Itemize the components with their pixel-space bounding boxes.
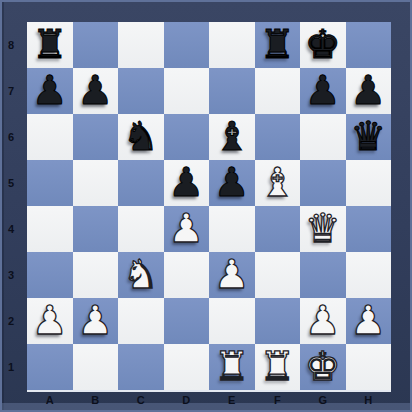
square-b2[interactable]: ♟ bbox=[73, 298, 119, 344]
piece-white-pawn[interactable]: ♟ bbox=[168, 208, 204, 248]
square-d5[interactable]: ♟ bbox=[164, 160, 210, 206]
piece-black-bishop[interactable]: ♝ bbox=[214, 116, 250, 156]
square-g5[interactable] bbox=[300, 160, 346, 206]
piece-black-pawn[interactable]: ♟ bbox=[32, 70, 68, 110]
square-c5[interactable] bbox=[118, 160, 164, 206]
square-g8[interactable]: ♚ bbox=[300, 22, 346, 68]
square-d2[interactable] bbox=[164, 298, 210, 344]
square-d8[interactable] bbox=[164, 22, 210, 68]
file-label-f: F bbox=[255, 392, 301, 408]
piece-white-bishop[interactable]: ♝ bbox=[259, 162, 295, 202]
piece-white-rook[interactable]: ♜ bbox=[259, 346, 295, 386]
square-f4[interactable] bbox=[255, 206, 301, 252]
square-h4[interactable] bbox=[346, 206, 392, 252]
file-label-e: E bbox=[209, 392, 255, 408]
chess-board: ♜♜♚♟♟♟♟♞♝♛♟♟♝♟♛♞♟♟♟♟♟♜♜♚ bbox=[27, 22, 391, 392]
piece-white-pawn[interactable]: ♟ bbox=[350, 300, 386, 340]
piece-white-pawn[interactable]: ♟ bbox=[77, 300, 113, 340]
square-e5[interactable]: ♟ bbox=[209, 160, 255, 206]
square-e7[interactable] bbox=[209, 68, 255, 114]
piece-black-pawn[interactable]: ♟ bbox=[305, 70, 341, 110]
file-label-h: H bbox=[346, 392, 392, 408]
square-a5[interactable] bbox=[27, 160, 73, 206]
square-e4[interactable] bbox=[209, 206, 255, 252]
square-f2[interactable] bbox=[255, 298, 301, 344]
square-f6[interactable] bbox=[255, 114, 301, 160]
piece-white-pawn[interactable]: ♟ bbox=[305, 300, 341, 340]
square-g6[interactable] bbox=[300, 114, 346, 160]
square-c1[interactable] bbox=[118, 344, 164, 390]
square-b4[interactable] bbox=[73, 206, 119, 252]
square-b6[interactable] bbox=[73, 114, 119, 160]
square-a1[interactable] bbox=[27, 344, 73, 390]
square-c2[interactable] bbox=[118, 298, 164, 344]
square-g2[interactable]: ♟ bbox=[300, 298, 346, 344]
square-d7[interactable] bbox=[164, 68, 210, 114]
rank-label-6: 6 bbox=[0, 114, 27, 160]
square-b8[interactable] bbox=[73, 22, 119, 68]
rank-label-3: 3 bbox=[0, 252, 27, 298]
square-e6[interactable]: ♝ bbox=[209, 114, 255, 160]
square-f3[interactable] bbox=[255, 252, 301, 298]
square-d1[interactable] bbox=[164, 344, 210, 390]
square-d3[interactable] bbox=[164, 252, 210, 298]
square-h8[interactable] bbox=[346, 22, 392, 68]
square-f1[interactable]: ♜ bbox=[255, 344, 301, 390]
square-a8[interactable]: ♜ bbox=[27, 22, 73, 68]
square-g4[interactable]: ♛ bbox=[300, 206, 346, 252]
square-a6[interactable] bbox=[27, 114, 73, 160]
square-h5[interactable] bbox=[346, 160, 392, 206]
file-label-a: A bbox=[27, 392, 73, 408]
rank-label-5: 5 bbox=[0, 160, 27, 206]
square-e3[interactable]: ♟ bbox=[209, 252, 255, 298]
piece-white-queen[interactable]: ♛ bbox=[305, 208, 341, 248]
square-h7[interactable]: ♟ bbox=[346, 68, 392, 114]
rank-labels: 87654321 bbox=[0, 22, 27, 390]
square-g1[interactable]: ♚ bbox=[300, 344, 346, 390]
square-h6[interactable]: ♛ bbox=[346, 114, 392, 160]
square-a3[interactable] bbox=[27, 252, 73, 298]
piece-black-queen[interactable]: ♛ bbox=[350, 116, 386, 156]
square-e2[interactable] bbox=[209, 298, 255, 344]
square-d6[interactable] bbox=[164, 114, 210, 160]
square-c8[interactable] bbox=[118, 22, 164, 68]
file-label-d: D bbox=[164, 392, 210, 408]
square-b3[interactable] bbox=[73, 252, 119, 298]
piece-white-knight[interactable]: ♞ bbox=[123, 254, 159, 294]
square-a4[interactable] bbox=[27, 206, 73, 252]
file-label-g: G bbox=[300, 392, 346, 408]
piece-black-pawn[interactable]: ♟ bbox=[77, 70, 113, 110]
square-h2[interactable]: ♟ bbox=[346, 298, 392, 344]
piece-black-pawn[interactable]: ♟ bbox=[168, 162, 204, 202]
square-b1[interactable] bbox=[73, 344, 119, 390]
square-h1[interactable] bbox=[346, 344, 392, 390]
square-a2[interactable]: ♟ bbox=[27, 298, 73, 344]
file-label-b: B bbox=[73, 392, 119, 408]
rank-label-8: 8 bbox=[0, 22, 27, 68]
square-g3[interactable] bbox=[300, 252, 346, 298]
piece-black-pawn[interactable]: ♟ bbox=[350, 70, 386, 110]
square-a7[interactable]: ♟ bbox=[27, 68, 73, 114]
square-c4[interactable] bbox=[118, 206, 164, 252]
rank-label-1: 1 bbox=[0, 344, 27, 390]
piece-black-rook[interactable]: ♜ bbox=[32, 24, 68, 64]
piece-black-king[interactable]: ♚ bbox=[305, 24, 341, 64]
piece-black-rook[interactable]: ♜ bbox=[259, 24, 295, 64]
square-h3[interactable] bbox=[346, 252, 392, 298]
file-labels: ABCDEFGH bbox=[27, 392, 391, 408]
square-d4[interactable]: ♟ bbox=[164, 206, 210, 252]
file-label-c: C bbox=[118, 392, 164, 408]
square-c7[interactable] bbox=[118, 68, 164, 114]
square-f8[interactable]: ♜ bbox=[255, 22, 301, 68]
chess-app: 87654321 ♜♜♚♟♟♟♟♞♝♛♟♟♝♟♛♞♟♟♟♟♟♜♜♚ ABCDEF… bbox=[0, 0, 412, 412]
piece-black-knight[interactable]: ♞ bbox=[123, 116, 159, 156]
piece-white-rook[interactable]: ♜ bbox=[214, 346, 250, 386]
piece-white-pawn[interactable]: ♟ bbox=[32, 300, 68, 340]
rank-label-7: 7 bbox=[0, 68, 27, 114]
square-f5[interactable]: ♝ bbox=[255, 160, 301, 206]
square-g7[interactable]: ♟ bbox=[300, 68, 346, 114]
square-c6[interactable]: ♞ bbox=[118, 114, 164, 160]
square-c3[interactable]: ♞ bbox=[118, 252, 164, 298]
piece-white-king[interactable]: ♚ bbox=[305, 346, 341, 386]
square-b7[interactable]: ♟ bbox=[73, 68, 119, 114]
piece-black-pawn[interactable]: ♟ bbox=[214, 162, 250, 202]
square-f7[interactable] bbox=[255, 68, 301, 114]
square-e8[interactable] bbox=[209, 22, 255, 68]
rank-label-2: 2 bbox=[0, 298, 27, 344]
rank-label-4: 4 bbox=[0, 206, 27, 252]
square-e1[interactable]: ♜ bbox=[209, 344, 255, 390]
piece-white-pawn[interactable]: ♟ bbox=[214, 254, 250, 294]
square-b5[interactable] bbox=[73, 160, 119, 206]
